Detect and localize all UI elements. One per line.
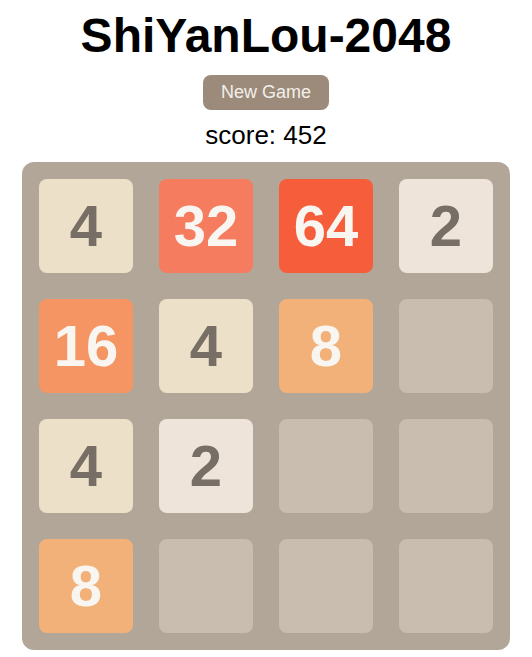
empty-cell (159, 539, 253, 633)
tile-4: 4 (39, 419, 133, 513)
score-row: score: 452 (0, 120, 532, 151)
empty-cell (399, 419, 493, 513)
new-game-button[interactable]: New Game (203, 75, 329, 110)
page-title: ShiYanLou-2048 (0, 8, 532, 63)
tile-8: 8 (279, 299, 373, 393)
empty-cell (399, 539, 493, 633)
tile-32: 32 (159, 179, 253, 273)
tile-2: 2 (399, 179, 493, 273)
tile-4: 4 (159, 299, 253, 393)
score-value: 452 (283, 120, 326, 150)
button-row: New Game (0, 75, 532, 110)
empty-cell (279, 539, 373, 633)
tile-64: 64 (279, 179, 373, 273)
board-grid: 4326421648428 (22, 162, 510, 650)
game-page: ShiYanLou-2048 New Game score: 452 43264… (0, 0, 532, 657)
tile-8: 8 (39, 539, 133, 633)
score-label: score: (205, 120, 276, 150)
tile-16: 16 (39, 299, 133, 393)
tile-4: 4 (39, 179, 133, 273)
empty-cell (399, 299, 493, 393)
empty-cell (279, 419, 373, 513)
tile-2: 2 (159, 419, 253, 513)
